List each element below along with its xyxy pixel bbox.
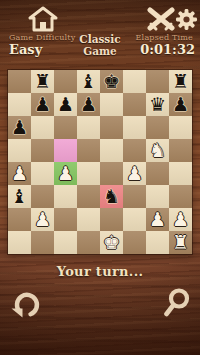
square-e8[interactable]: ♚ (100, 70, 123, 93)
square-g5[interactable]: ♞ (146, 139, 169, 162)
square-e6[interactable] (100, 116, 123, 139)
piece-white-pawn[interactable]: ♟ (54, 162, 77, 185)
piece-black-king[interactable]: ♚ (100, 70, 123, 93)
square-h6[interactable] (169, 116, 192, 139)
home-button[interactable] (26, 5, 60, 33)
square-c3[interactable] (54, 185, 77, 208)
piece-white-pawn[interactable]: ♟ (8, 162, 31, 185)
square-d1[interactable] (77, 231, 100, 254)
piece-white-rook[interactable]: ♜ (169, 231, 192, 254)
undo-button[interactable] (9, 287, 41, 321)
square-d2[interactable] (77, 208, 100, 231)
square-a5[interactable] (8, 139, 31, 162)
piece-black-pawn[interactable]: ♟ (31, 93, 54, 116)
zoom-button[interactable] (161, 287, 191, 321)
square-h5[interactable] (169, 139, 192, 162)
square-h7[interactable]: ♟ (169, 93, 192, 116)
square-h3[interactable] (169, 185, 192, 208)
elapsed-time-value: 0:01:32 (140, 42, 195, 57)
square-d7[interactable]: ♟ (77, 93, 100, 116)
app-screen: Game Difficulty Easy Classic Game Elapse… (0, 0, 200, 355)
square-b3[interactable] (31, 185, 54, 208)
square-b4[interactable] (31, 162, 54, 185)
square-e2[interactable] (100, 208, 123, 231)
square-f1[interactable] (123, 231, 146, 254)
piece-white-pawn[interactable]: ♟ (146, 208, 169, 231)
square-f4[interactable]: ♟ (123, 162, 146, 185)
piece-white-knight[interactable]: ♞ (146, 139, 169, 162)
square-c6[interactable] (54, 116, 77, 139)
game-mode-line2: Game (60, 45, 140, 57)
square-b1[interactable] (31, 231, 54, 254)
square-f8[interactable] (123, 70, 146, 93)
square-d5[interactable] (77, 139, 100, 162)
square-a7[interactable] (8, 93, 31, 116)
square-c4[interactable]: ♟ (54, 162, 77, 185)
square-a3[interactable]: ♝ (8, 185, 31, 208)
square-g3[interactable] (146, 185, 169, 208)
board: ♜♝♚♜♟♟♟♛♟♟♞♟♟♟♝♞♟♟♟♚♜ (8, 70, 192, 254)
square-a2[interactable] (8, 208, 31, 231)
square-d8[interactable]: ♝ (77, 70, 100, 93)
piece-white-pawn[interactable]: ♟ (169, 208, 192, 231)
square-f2[interactable] (123, 208, 146, 231)
elapsed-time-label: Elapsed Time (136, 33, 193, 42)
piece-black-pawn[interactable]: ♟ (54, 93, 77, 116)
square-g6[interactable] (146, 116, 169, 139)
piece-black-bishop[interactable]: ♝ (8, 185, 31, 208)
square-b5[interactable] (31, 139, 54, 162)
square-c5[interactable] (54, 139, 77, 162)
piece-black-bishop[interactable]: ♝ (77, 70, 100, 93)
settings-button[interactable] (175, 6, 198, 33)
square-d6[interactable] (77, 116, 100, 139)
square-g2[interactable]: ♟ (146, 208, 169, 231)
piece-black-pawn[interactable]: ♟ (77, 93, 100, 116)
piece-black-rook[interactable]: ♜ (31, 70, 54, 93)
square-d4[interactable] (77, 162, 100, 185)
square-b7[interactable]: ♟ (31, 93, 54, 116)
square-f3[interactable] (123, 185, 146, 208)
square-a6[interactable]: ♟ (8, 116, 31, 139)
difficulty-value: Easy (9, 42, 42, 57)
square-d3[interactable] (77, 185, 100, 208)
new-game-button[interactable] (146, 7, 176, 33)
square-b8[interactable]: ♜ (31, 70, 54, 93)
square-e5[interactable] (100, 139, 123, 162)
square-e4[interactable] (100, 162, 123, 185)
piece-white-pawn[interactable]: ♟ (123, 162, 146, 185)
square-g7[interactable]: ♛ (146, 93, 169, 116)
piece-black-pawn[interactable]: ♟ (8, 116, 31, 139)
square-h4[interactable] (169, 162, 192, 185)
square-a8[interactable] (8, 70, 31, 93)
square-f7[interactable] (123, 93, 146, 116)
piece-black-knight[interactable]: ♞ (100, 185, 123, 208)
game-mode-title: Classic Game (60, 33, 140, 57)
square-g1[interactable] (146, 231, 169, 254)
square-e3[interactable]: ♞ (100, 185, 123, 208)
square-g8[interactable] (146, 70, 169, 93)
magnifier-icon (161, 309, 191, 324)
square-b6[interactable] (31, 116, 54, 139)
piece-black-rook[interactable]: ♜ (169, 70, 192, 93)
piece-black-queen[interactable]: ♛ (146, 93, 169, 116)
square-b2[interactable]: ♟ (31, 208, 54, 231)
square-c8[interactable] (54, 70, 77, 93)
piece-white-pawn[interactable]: ♟ (31, 208, 54, 231)
square-h1[interactable]: ♜ (169, 231, 192, 254)
undo-icon (9, 309, 41, 324)
square-f5[interactable] (123, 139, 146, 162)
square-e7[interactable] (100, 93, 123, 116)
square-h2[interactable]: ♟ (169, 208, 192, 231)
square-c7[interactable]: ♟ (54, 93, 77, 116)
square-c1[interactable] (54, 231, 77, 254)
square-a1[interactable] (8, 231, 31, 254)
square-g4[interactable] (146, 162, 169, 185)
square-h8[interactable]: ♜ (169, 70, 192, 93)
piece-black-pawn[interactable]: ♟ (169, 93, 192, 116)
game-mode-line1: Classic (60, 33, 140, 45)
square-f6[interactable] (123, 116, 146, 139)
piece-white-king[interactable]: ♚ (100, 231, 123, 254)
square-c2[interactable] (54, 208, 77, 231)
square-e1[interactable]: ♚ (100, 231, 123, 254)
turn-status: Your turn... (0, 264, 200, 279)
square-a4[interactable]: ♟ (8, 162, 31, 185)
